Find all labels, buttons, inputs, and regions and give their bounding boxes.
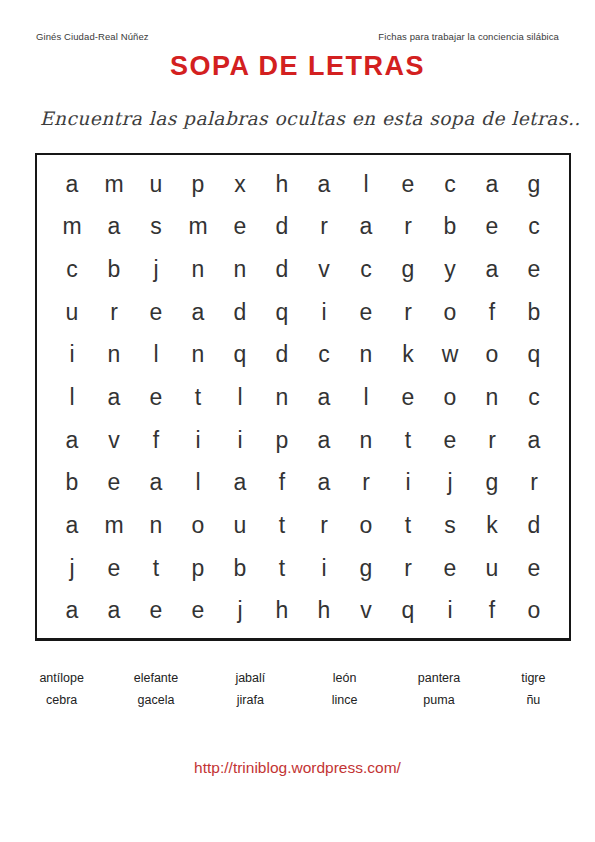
- cell-r9c10: s: [429, 504, 471, 547]
- cell-r1c7: a: [303, 163, 345, 206]
- cell-r8c11: g: [471, 461, 513, 504]
- cell-r11c7: h: [303, 589, 345, 632]
- cell-r4c10: o: [429, 291, 471, 334]
- cell-r5c10: w: [429, 334, 471, 377]
- cell-r7c12: a: [513, 419, 555, 462]
- cell-r3c9: g: [387, 248, 429, 291]
- cell-r10c10: e: [429, 547, 471, 590]
- word-item: tigre: [486, 671, 580, 685]
- instruction-text: Encuentra las palabras ocultas en esta s…: [40, 108, 595, 129]
- cell-r4c5: d: [219, 291, 261, 334]
- cell-r7c1: a: [51, 419, 93, 462]
- cell-r3c3: j: [135, 248, 177, 291]
- cell-r8c12: r: [513, 461, 555, 504]
- cell-r4c11: f: [471, 291, 513, 334]
- cell-r6c5: l: [219, 376, 261, 419]
- cell-r5c8: n: [345, 334, 387, 377]
- cell-r6c9: e: [387, 376, 429, 419]
- cell-r11c6: h: [261, 589, 303, 632]
- page-footer: http://triniblog.wordpress.com/: [0, 759, 595, 777]
- cell-r1c10: c: [429, 163, 471, 206]
- cell-r2c11: e: [471, 206, 513, 249]
- cell-r3c11: a: [471, 248, 513, 291]
- word-item: elefante: [109, 671, 203, 685]
- cell-r10c5: b: [219, 547, 261, 590]
- cell-r2c5: e: [219, 206, 261, 249]
- cell-r4c4: a: [177, 291, 219, 334]
- cell-r2c8: a: [345, 206, 387, 249]
- cell-r10c4: p: [177, 547, 219, 590]
- cell-r6c10: o: [429, 376, 471, 419]
- word-item: jirafa: [203, 693, 297, 707]
- page-header: Ginés Ciudad-Real Núñez Fichas para trab…: [0, 0, 595, 42]
- cell-r5c1: i: [51, 334, 93, 377]
- cell-r5c7: c: [303, 334, 345, 377]
- cell-r4c12: b: [513, 291, 555, 334]
- cell-r2c3: s: [135, 206, 177, 249]
- cell-r5c3: l: [135, 334, 177, 377]
- cell-r9c4: o: [177, 504, 219, 547]
- cell-r4c1: u: [51, 291, 93, 334]
- word-list: antílopeelefantejabalíleónpanteratigrece…: [15, 671, 581, 707]
- cell-r10c2: e: [93, 547, 135, 590]
- cell-r7c4: i: [177, 419, 219, 462]
- word-item: león: [298, 671, 392, 685]
- cell-r6c1: l: [51, 376, 93, 419]
- cell-r7c11: r: [471, 419, 513, 462]
- page-title: SOPA DE LETRAS: [0, 50, 595, 83]
- cell-r7c2: v: [93, 419, 135, 462]
- author-text: Ginés Ciudad-Real Núñez: [36, 31, 149, 42]
- cell-r9c3: n: [135, 504, 177, 547]
- cell-r9c6: t: [261, 504, 303, 547]
- cell-r3c1: c: [51, 248, 93, 291]
- cell-r11c2: a: [93, 589, 135, 632]
- cell-r6c4: t: [177, 376, 219, 419]
- word-item: pantera: [392, 671, 486, 685]
- word-item: antílope: [15, 671, 109, 685]
- cell-r4c3: e: [135, 291, 177, 334]
- cell-r3c7: v: [303, 248, 345, 291]
- cell-r1c12: g: [513, 163, 555, 206]
- cell-r2c6: d: [261, 206, 303, 249]
- cell-r2c1: m: [51, 206, 93, 249]
- word-item: lince: [298, 693, 392, 707]
- cell-r5c6: d: [261, 334, 303, 377]
- word-item: gacela: [109, 693, 203, 707]
- cell-r10c11: u: [471, 547, 513, 590]
- cell-r8c1: b: [51, 461, 93, 504]
- cell-r8c6: f: [261, 461, 303, 504]
- cell-r4c8: e: [345, 291, 387, 334]
- cell-r7c10: e: [429, 419, 471, 462]
- cell-r2c10: b: [429, 206, 471, 249]
- cell-r1c4: p: [177, 163, 219, 206]
- cell-r7c7: a: [303, 419, 345, 462]
- cell-r9c11: k: [471, 504, 513, 547]
- cell-r7c9: t: [387, 419, 429, 462]
- cell-r6c12: c: [513, 376, 555, 419]
- cell-r4c6: q: [261, 291, 303, 334]
- cell-r6c7: a: [303, 376, 345, 419]
- cell-r5c9: k: [387, 334, 429, 377]
- cell-r7c8: n: [345, 419, 387, 462]
- cell-r10c6: t: [261, 547, 303, 590]
- cell-r6c2: a: [93, 376, 135, 419]
- cell-r3c8: c: [345, 248, 387, 291]
- cell-r3c10: y: [429, 248, 471, 291]
- cell-r5c4: n: [177, 334, 219, 377]
- word-item: puma: [392, 693, 486, 707]
- cell-r3c6: d: [261, 248, 303, 291]
- cell-r11c8: v: [345, 589, 387, 632]
- cell-r2c7: r: [303, 206, 345, 249]
- cell-r3c4: n: [177, 248, 219, 291]
- cell-r9c7: r: [303, 504, 345, 547]
- cell-r9c5: u: [219, 504, 261, 547]
- cell-r11c11: f: [471, 589, 513, 632]
- cell-r1c3: u: [135, 163, 177, 206]
- wordsearch-grid: amupxhalecagmasmedrarbeccbjnndvcgyaeurea…: [35, 153, 571, 641]
- cell-r3c12: e: [513, 248, 555, 291]
- cell-r10c8: g: [345, 547, 387, 590]
- cell-r8c5: a: [219, 461, 261, 504]
- cell-r6c8: l: [345, 376, 387, 419]
- footer-link[interactable]: http://triniblog.wordpress.com/: [194, 759, 401, 776]
- cell-r5c11: o: [471, 334, 513, 377]
- cell-r6c11: n: [471, 376, 513, 419]
- cell-r3c5: n: [219, 248, 261, 291]
- cell-r8c4: l: [177, 461, 219, 504]
- cell-r1c2: m: [93, 163, 135, 206]
- cell-r11c1: a: [51, 589, 93, 632]
- cell-r2c2: a: [93, 206, 135, 249]
- cell-r2c9: r: [387, 206, 429, 249]
- cell-r8c2: e: [93, 461, 135, 504]
- cell-r10c7: i: [303, 547, 345, 590]
- cell-r1c8: l: [345, 163, 387, 206]
- cell-r7c5: i: [219, 419, 261, 462]
- cell-r9c12: d: [513, 504, 555, 547]
- cell-r8c3: a: [135, 461, 177, 504]
- cell-r10c1: j: [51, 547, 93, 590]
- cell-r3c2: b: [93, 248, 135, 291]
- cell-r1c9: e: [387, 163, 429, 206]
- cell-r6c6: n: [261, 376, 303, 419]
- cell-r11c12: o: [513, 589, 555, 632]
- cell-r10c3: t: [135, 547, 177, 590]
- cell-r1c6: h: [261, 163, 303, 206]
- cell-r4c7: i: [303, 291, 345, 334]
- cell-r2c4: m: [177, 206, 219, 249]
- word-item: cebra: [15, 693, 109, 707]
- cell-r10c9: r: [387, 547, 429, 590]
- cell-r11c3: e: [135, 589, 177, 632]
- cell-r1c5: x: [219, 163, 261, 206]
- cell-r9c1: a: [51, 504, 93, 547]
- cell-r4c9: r: [387, 291, 429, 334]
- cell-r7c6: p: [261, 419, 303, 462]
- cell-r8c10: j: [429, 461, 471, 504]
- cell-r8c9: i: [387, 461, 429, 504]
- worksheet-page: Ginés Ciudad-Real Núñez Fichas para trab…: [0, 0, 595, 842]
- cell-r11c5: j: [219, 589, 261, 632]
- word-item: ñu: [486, 693, 580, 707]
- cell-r10c12: e: [513, 547, 555, 590]
- cell-r5c12: q: [513, 334, 555, 377]
- series-text: Fichas para trabajar la conciencia siláb…: [378, 31, 559, 42]
- cell-r8c7: a: [303, 461, 345, 504]
- cell-r9c2: m: [93, 504, 135, 547]
- cell-r11c4: e: [177, 589, 219, 632]
- cell-r8c8: r: [345, 461, 387, 504]
- cell-r1c11: a: [471, 163, 513, 206]
- cell-r6c3: e: [135, 376, 177, 419]
- cell-r4c2: r: [93, 291, 135, 334]
- cell-r1c1: a: [51, 163, 93, 206]
- cell-r5c2: n: [93, 334, 135, 377]
- cell-r7c3: f: [135, 419, 177, 462]
- cell-r11c10: i: [429, 589, 471, 632]
- cell-r2c12: c: [513, 206, 555, 249]
- word-item: jabalí: [203, 671, 297, 685]
- cell-r5c5: q: [219, 334, 261, 377]
- cell-r9c9: t: [387, 504, 429, 547]
- cell-r9c8: o: [345, 504, 387, 547]
- cell-r11c9: q: [387, 589, 429, 632]
